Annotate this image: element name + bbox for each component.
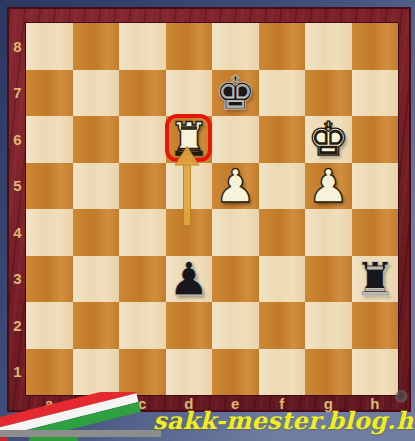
square-f2[interactable] [259, 302, 306, 349]
square-f6[interactable] [259, 116, 306, 163]
square-d2[interactable] [166, 302, 213, 349]
square-d3[interactable]: ♟ [166, 256, 213, 303]
square-e3[interactable] [212, 256, 259, 303]
square-e8[interactable] [212, 23, 259, 70]
square-f5[interactable] [259, 163, 306, 210]
square-a4[interactable] [26, 209, 73, 256]
square-b6[interactable] [73, 116, 120, 163]
square-e1[interactable] [212, 349, 259, 396]
square-g8[interactable] [305, 23, 352, 70]
rank-label-4: 4 [9, 209, 26, 256]
square-a6[interactable] [26, 116, 73, 163]
square-b7[interactable] [73, 70, 120, 117]
square-f3[interactable] [259, 256, 306, 303]
site-logo-text[interactable]: sakk-mester.blog.hu [153, 407, 411, 435]
square-g2[interactable] [305, 302, 352, 349]
square-d4[interactable] [166, 209, 213, 256]
square-f4[interactable] [259, 209, 306, 256]
piece-black-pawn-d3[interactable]: ♟ [168, 256, 209, 302]
square-h8[interactable] [352, 23, 399, 70]
square-g6[interactable]: ♚ [305, 116, 352, 163]
page-background: ♚♜♚♟♟♟♜ 87654321abcdefgh sakk-mester.blo… [0, 0, 415, 441]
square-c2[interactable] [119, 302, 166, 349]
square-a7[interactable] [26, 70, 73, 117]
square-h4[interactable] [352, 209, 399, 256]
square-b4[interactable] [73, 209, 120, 256]
square-e6[interactable] [212, 116, 259, 163]
square-a3[interactable] [26, 256, 73, 303]
rank-label-1: 1 [9, 349, 26, 396]
piece-black-rook-h3[interactable]: ♜ [354, 256, 395, 302]
square-c3[interactable] [119, 256, 166, 303]
rank-label-6: 6 [9, 116, 26, 163]
square-h2[interactable] [352, 302, 399, 349]
square-c5[interactable] [119, 163, 166, 210]
square-e7[interactable]: ♚ [212, 70, 259, 117]
square-a1[interactable] [26, 349, 73, 396]
square-d7[interactable] [166, 70, 213, 117]
square-c7[interactable] [119, 70, 166, 117]
square-b3[interactable] [73, 256, 120, 303]
square-d1[interactable] [166, 349, 213, 396]
square-b8[interactable] [73, 23, 120, 70]
square-b5[interactable] [73, 163, 120, 210]
chess-board: ♚♜♚♟♟♟♜ [26, 23, 398, 395]
footer-flag-sliver-red [0, 437, 8, 441]
square-h3[interactable]: ♜ [352, 256, 399, 303]
square-f7[interactable] [259, 70, 306, 117]
square-c4[interactable] [119, 209, 166, 256]
square-d8[interactable] [166, 23, 213, 70]
rank-label-8: 8 [9, 23, 26, 70]
square-a2[interactable] [26, 302, 73, 349]
square-e2[interactable] [212, 302, 259, 349]
piece-white-king-g6[interactable]: ♚ [308, 116, 349, 162]
square-h1[interactable] [352, 349, 399, 396]
footer-flag-sliver-green [29, 437, 78, 441]
square-h5[interactable] [352, 163, 399, 210]
square-c8[interactable] [119, 23, 166, 70]
piece-white-pawn-e5[interactable]: ♟ [215, 163, 256, 209]
chess-board-frame: ♚♜♚♟♟♟♜ 87654321abcdefgh [7, 7, 411, 412]
square-e4[interactable] [212, 209, 259, 256]
square-g4[interactable] [305, 209, 352, 256]
square-g3[interactable] [305, 256, 352, 303]
square-c6[interactable] [119, 116, 166, 163]
square-b1[interactable] [73, 349, 120, 396]
square-a5[interactable] [26, 163, 73, 210]
footer-gray-bar [0, 430, 161, 437]
square-h6[interactable] [352, 116, 399, 163]
piece-black-king-e7[interactable]: ♚ [215, 70, 256, 116]
square-g7[interactable] [305, 70, 352, 117]
square-c1[interactable] [119, 349, 166, 396]
piece-white-pawn-g5[interactable]: ♟ [308, 163, 349, 209]
square-h7[interactable] [352, 70, 399, 117]
rank-label-3: 3 [9, 256, 26, 303]
square-f8[interactable] [259, 23, 306, 70]
square-b2[interactable] [73, 302, 120, 349]
rank-label-2: 2 [9, 302, 26, 349]
square-g5[interactable]: ♟ [305, 163, 352, 210]
rank-label-5: 5 [9, 163, 26, 210]
square-g1[interactable] [305, 349, 352, 396]
last-move-highlight-d6 [165, 114, 213, 163]
square-f1[interactable] [259, 349, 306, 396]
rank-label-7: 7 [9, 70, 26, 117]
square-a8[interactable] [26, 23, 73, 70]
square-d5[interactable] [166, 163, 213, 210]
square-e5[interactable]: ♟ [212, 163, 259, 210]
